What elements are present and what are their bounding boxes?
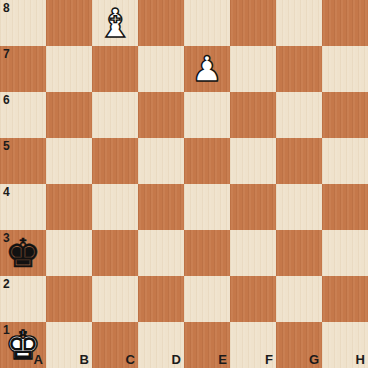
square-c2[interactable] bbox=[92, 276, 138, 322]
square-h4[interactable] bbox=[322, 184, 368, 230]
file-label-c: C bbox=[126, 353, 135, 367]
file-label-f: F bbox=[265, 353, 273, 367]
square-e4[interactable] bbox=[184, 184, 230, 230]
square-d6[interactable] bbox=[138, 92, 184, 138]
rank-label-7: 7 bbox=[3, 47, 10, 61]
square-d8[interactable] bbox=[138, 0, 184, 46]
square-a8[interactable]: 8 bbox=[0, 0, 46, 46]
square-a7[interactable]: 7 bbox=[0, 46, 46, 92]
rank-label-2: 2 bbox=[3, 277, 10, 291]
square-f8[interactable] bbox=[230, 0, 276, 46]
square-e1[interactable]: E bbox=[184, 322, 230, 368]
square-a6[interactable]: 6 bbox=[0, 92, 46, 138]
white-pawn: ♟ bbox=[184, 46, 230, 92]
square-b6[interactable] bbox=[46, 92, 92, 138]
file-label-h: H bbox=[356, 353, 365, 367]
square-g3[interactable] bbox=[276, 230, 322, 276]
square-h5[interactable] bbox=[322, 138, 368, 184]
square-d5[interactable] bbox=[138, 138, 184, 184]
square-c5[interactable] bbox=[92, 138, 138, 184]
square-a1[interactable]: 1A♚ bbox=[0, 322, 46, 368]
square-e2[interactable] bbox=[184, 276, 230, 322]
square-c7[interactable] bbox=[92, 46, 138, 92]
square-f2[interactable] bbox=[230, 276, 276, 322]
white-bishop: ♝ bbox=[92, 0, 138, 46]
square-f4[interactable] bbox=[230, 184, 276, 230]
square-e6[interactable] bbox=[184, 92, 230, 138]
file-label-a: A bbox=[34, 353, 43, 367]
square-c8[interactable]: ♝ bbox=[92, 0, 138, 46]
square-e7[interactable]: ♟ bbox=[184, 46, 230, 92]
rank-label-4: 4 bbox=[3, 185, 10, 199]
square-c3[interactable] bbox=[92, 230, 138, 276]
square-c4[interactable] bbox=[92, 184, 138, 230]
square-g2[interactable] bbox=[276, 276, 322, 322]
square-a4[interactable]: 4 bbox=[0, 184, 46, 230]
square-d3[interactable] bbox=[138, 230, 184, 276]
square-f6[interactable] bbox=[230, 92, 276, 138]
square-h3[interactable] bbox=[322, 230, 368, 276]
square-h6[interactable] bbox=[322, 92, 368, 138]
file-label-e: E bbox=[218, 353, 227, 367]
square-g6[interactable] bbox=[276, 92, 322, 138]
square-h7[interactable] bbox=[322, 46, 368, 92]
file-label-d: D bbox=[172, 353, 181, 367]
square-a2[interactable]: 2 bbox=[0, 276, 46, 322]
file-label-g: G bbox=[309, 353, 319, 367]
rank-label-8: 8 bbox=[3, 1, 10, 15]
square-c1[interactable]: C bbox=[92, 322, 138, 368]
file-label-b: B bbox=[80, 353, 89, 367]
square-a5[interactable]: 5 bbox=[0, 138, 46, 184]
square-g4[interactable] bbox=[276, 184, 322, 230]
square-e3[interactable] bbox=[184, 230, 230, 276]
square-b8[interactable] bbox=[46, 0, 92, 46]
square-b4[interactable] bbox=[46, 184, 92, 230]
rank-label-5: 5 bbox=[3, 139, 10, 153]
square-d1[interactable]: D bbox=[138, 322, 184, 368]
square-g1[interactable]: G bbox=[276, 322, 322, 368]
square-b7[interactable] bbox=[46, 46, 92, 92]
square-f7[interactable] bbox=[230, 46, 276, 92]
rank-label-1: 1 bbox=[3, 323, 10, 337]
square-g5[interactable] bbox=[276, 138, 322, 184]
rank-label-3: 3 bbox=[3, 231, 10, 245]
square-c6[interactable] bbox=[92, 92, 138, 138]
square-f5[interactable] bbox=[230, 138, 276, 184]
square-h8[interactable] bbox=[322, 0, 368, 46]
square-h2[interactable] bbox=[322, 276, 368, 322]
square-b2[interactable] bbox=[46, 276, 92, 322]
square-b1[interactable]: B bbox=[46, 322, 92, 368]
square-b5[interactable] bbox=[46, 138, 92, 184]
square-g8[interactable] bbox=[276, 0, 322, 46]
square-d4[interactable] bbox=[138, 184, 184, 230]
square-a3[interactable]: 3♚ bbox=[0, 230, 46, 276]
square-h1[interactable]: H bbox=[322, 322, 368, 368]
square-f1[interactable]: F bbox=[230, 322, 276, 368]
rank-label-6: 6 bbox=[3, 93, 10, 107]
square-e8[interactable] bbox=[184, 0, 230, 46]
square-d7[interactable] bbox=[138, 46, 184, 92]
square-d2[interactable] bbox=[138, 276, 184, 322]
square-g7[interactable] bbox=[276, 46, 322, 92]
square-e5[interactable] bbox=[184, 138, 230, 184]
square-b3[interactable] bbox=[46, 230, 92, 276]
square-f3[interactable] bbox=[230, 230, 276, 276]
chess-board: 8♝7♟6543♚21A♚BCDEFGH bbox=[0, 0, 368, 368]
